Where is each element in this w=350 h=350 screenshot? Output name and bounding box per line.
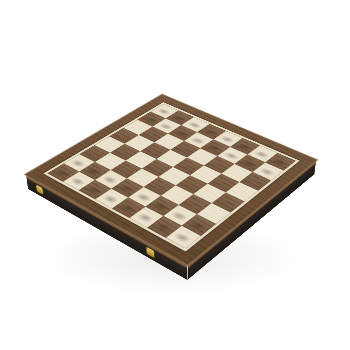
piece-white-rook: ♜	[161, 205, 204, 240]
brass-clasp-left	[36, 185, 43, 195]
square-h1: ♜	[166, 226, 201, 248]
brass-clasp-right	[146, 247, 154, 258]
scene: ♜♞♝♛♚♝♞♜♟♟♟♟♟♟♟♟♟♟♟♟♟♟♟♟♜♞♝♛♚♝♞♜	[0, 0, 350, 350]
product-photo: ♜♞♝♛♚♝♞♜♟♟♟♟♟♟♟♟♟♟♟♟♟♟♟♟♜♞♝♛♚♝♞♜	[0, 0, 350, 350]
piece-black-pawn: ♟	[248, 146, 286, 174]
